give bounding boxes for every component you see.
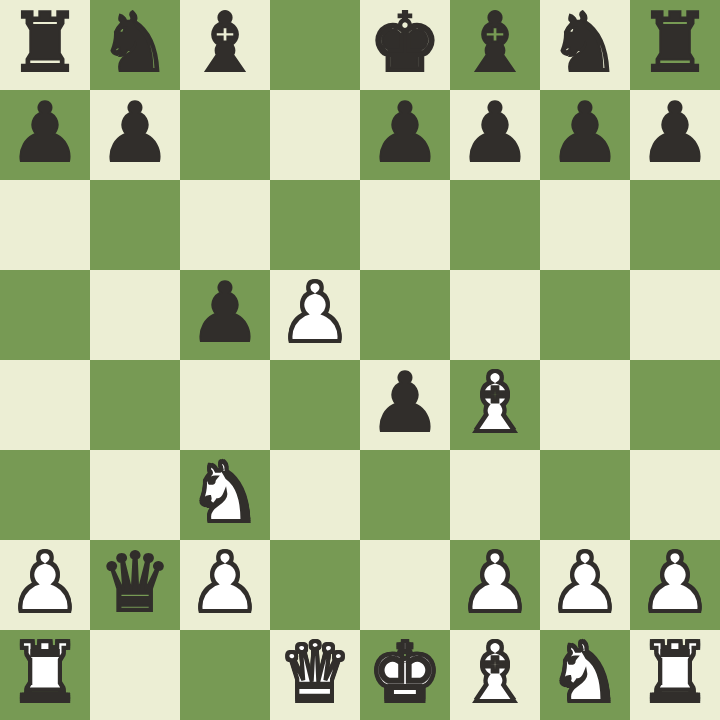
- square-b1[interactable]: [90, 630, 180, 720]
- white-pawn-icon[interactable]: ♟: [188, 538, 262, 628]
- square-b4[interactable]: [90, 360, 180, 450]
- square-a8[interactable]: ♜: [0, 0, 90, 90]
- white-pawn-icon[interactable]: ♟: [8, 538, 82, 628]
- black-pawn-icon[interactable]: ♟: [98, 88, 172, 178]
- square-f6[interactable]: [450, 180, 540, 270]
- white-rook-icon[interactable]: ♜: [8, 628, 82, 718]
- square-b3[interactable]: [90, 450, 180, 540]
- square-h2[interactable]: ♟: [630, 540, 720, 630]
- square-e6[interactable]: [360, 180, 450, 270]
- black-pawn-icon[interactable]: ♟: [8, 88, 82, 178]
- square-h1[interactable]: ♜: [630, 630, 720, 720]
- square-c3[interactable]: ♞: [180, 450, 270, 540]
- white-rook-icon[interactable]: ♜: [638, 628, 712, 718]
- square-e7[interactable]: ♟: [360, 90, 450, 180]
- black-pawn-icon[interactable]: ♟: [638, 88, 712, 178]
- black-king-icon[interactable]: ♚: [368, 0, 442, 88]
- square-d3[interactable]: [270, 450, 360, 540]
- square-e5[interactable]: [360, 270, 450, 360]
- square-a3[interactable]: [0, 450, 90, 540]
- square-d2[interactable]: [270, 540, 360, 630]
- square-f3[interactable]: [450, 450, 540, 540]
- square-e3[interactable]: [360, 450, 450, 540]
- square-g8[interactable]: ♞: [540, 0, 630, 90]
- white-pawn-icon[interactable]: ♟: [278, 268, 352, 358]
- black-pawn-icon[interactable]: ♟: [188, 268, 262, 358]
- square-c4[interactable]: [180, 360, 270, 450]
- square-a2[interactable]: ♟: [0, 540, 90, 630]
- square-f1[interactable]: ♝: [450, 630, 540, 720]
- square-g1[interactable]: ♞: [540, 630, 630, 720]
- square-h8[interactable]: ♜: [630, 0, 720, 90]
- white-queen-icon[interactable]: ♛: [278, 628, 352, 718]
- square-f4[interactable]: ♝: [450, 360, 540, 450]
- square-h3[interactable]: [630, 450, 720, 540]
- white-pawn-icon[interactable]: ♟: [548, 538, 622, 628]
- square-g7[interactable]: ♟: [540, 90, 630, 180]
- square-c1[interactable]: [180, 630, 270, 720]
- square-d5[interactable]: ♟: [270, 270, 360, 360]
- square-c6[interactable]: [180, 180, 270, 270]
- chess-board: ♜♞♝♚♝♞♜♟♟♟♟♟♟♟♟♟♝♞♟♛♟♟♟♟♜♛♚♝♞♜: [0, 0, 720, 720]
- white-knight-icon[interactable]: ♞: [188, 448, 262, 538]
- square-f2[interactable]: ♟: [450, 540, 540, 630]
- black-rook-icon[interactable]: ♜: [8, 0, 82, 88]
- square-c2[interactable]: ♟: [180, 540, 270, 630]
- black-knight-icon[interactable]: ♞: [98, 0, 172, 88]
- white-king-icon[interactable]: ♚: [368, 628, 442, 718]
- square-a7[interactable]: ♟: [0, 90, 90, 180]
- square-d4[interactable]: [270, 360, 360, 450]
- white-bishop-icon[interactable]: ♝: [458, 358, 532, 448]
- square-b8[interactable]: ♞: [90, 0, 180, 90]
- white-pawn-icon[interactable]: ♟: [638, 538, 712, 628]
- square-d1[interactable]: ♛: [270, 630, 360, 720]
- square-c8[interactable]: ♝: [180, 0, 270, 90]
- square-h4[interactable]: [630, 360, 720, 450]
- square-e1[interactable]: ♚: [360, 630, 450, 720]
- black-pawn-icon[interactable]: ♟: [548, 88, 622, 178]
- square-d7[interactable]: [270, 90, 360, 180]
- white-bishop-icon[interactable]: ♝: [458, 628, 532, 718]
- square-h7[interactable]: ♟: [630, 90, 720, 180]
- square-g3[interactable]: [540, 450, 630, 540]
- white-pawn-icon[interactable]: ♟: [458, 538, 532, 628]
- square-g5[interactable]: [540, 270, 630, 360]
- square-h6[interactable]: [630, 180, 720, 270]
- black-pawn-icon[interactable]: ♟: [368, 88, 442, 178]
- black-knight-icon[interactable]: ♞: [548, 0, 622, 88]
- black-bishop-icon[interactable]: ♝: [188, 0, 262, 88]
- square-a1[interactable]: ♜: [0, 630, 90, 720]
- square-b2[interactable]: ♛: [90, 540, 180, 630]
- black-pawn-icon[interactable]: ♟: [458, 88, 532, 178]
- black-queen-icon[interactable]: ♛: [98, 538, 172, 628]
- square-a6[interactable]: [0, 180, 90, 270]
- square-c5[interactable]: ♟: [180, 270, 270, 360]
- square-a5[interactable]: [0, 270, 90, 360]
- square-f7[interactable]: ♟: [450, 90, 540, 180]
- square-a4[interactable]: [0, 360, 90, 450]
- square-c7[interactable]: [180, 90, 270, 180]
- square-b7[interactable]: ♟: [90, 90, 180, 180]
- white-knight-icon[interactable]: ♞: [548, 628, 622, 718]
- square-e2[interactable]: [360, 540, 450, 630]
- square-d6[interactable]: [270, 180, 360, 270]
- black-rook-icon[interactable]: ♜: [638, 0, 712, 88]
- black-pawn-icon[interactable]: ♟: [368, 358, 442, 448]
- square-e8[interactable]: ♚: [360, 0, 450, 90]
- square-g4[interactable]: [540, 360, 630, 450]
- square-b5[interactable]: [90, 270, 180, 360]
- square-h5[interactable]: [630, 270, 720, 360]
- square-f5[interactable]: [450, 270, 540, 360]
- square-e4[interactable]: ♟: [360, 360, 450, 450]
- square-f8[interactable]: ♝: [450, 0, 540, 90]
- square-d8[interactable]: [270, 0, 360, 90]
- black-bishop-icon[interactable]: ♝: [458, 0, 532, 88]
- square-g6[interactable]: [540, 180, 630, 270]
- square-b6[interactable]: [90, 180, 180, 270]
- square-g2[interactable]: ♟: [540, 540, 630, 630]
